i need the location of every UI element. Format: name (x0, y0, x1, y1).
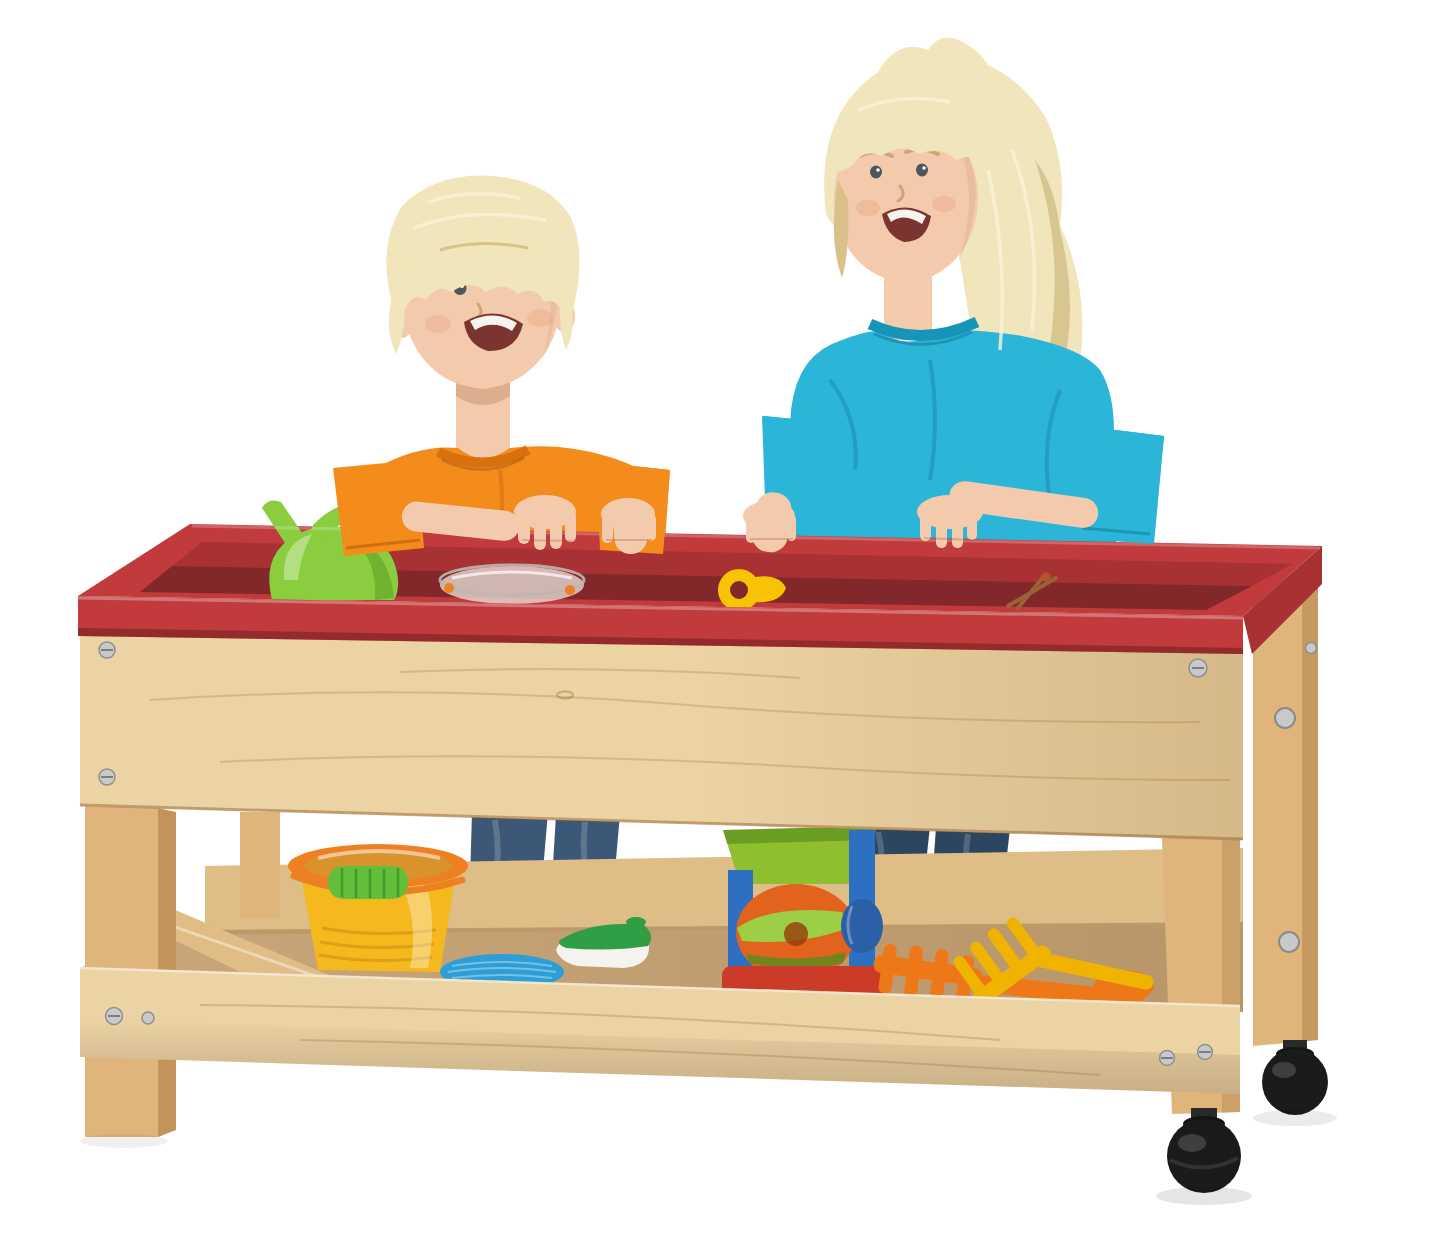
girl-eye-left (870, 166, 882, 179)
hand-finger (632, 518, 643, 548)
hex-bolt (1279, 932, 1299, 952)
hand-finger (602, 514, 613, 543)
rear-left-leg (240, 812, 280, 918)
girl-eye-right (916, 164, 928, 177)
girl-eye-glint-right (922, 166, 926, 170)
girl-cheek-left (856, 200, 880, 216)
caster-ball-glint (1178, 1134, 1206, 1152)
hand-finger (617, 518, 628, 549)
screw (1306, 643, 1317, 654)
toy-bucket (288, 844, 468, 972)
wheel-hub (784, 922, 808, 946)
shadow-left-leg (80, 1134, 168, 1148)
stick-knob (1042, 573, 1051, 582)
caster-ball (1262, 1049, 1328, 1115)
bowl-orange-bit-left (444, 583, 454, 593)
shadow-caster-front (1156, 1187, 1252, 1205)
boat-deck-knob (626, 917, 646, 927)
hand-finger (952, 516, 963, 548)
hand-finger (967, 511, 977, 540)
hand-finger (565, 512, 576, 542)
shadow-caster-rear (1253, 1110, 1337, 1126)
hand-finger (534, 516, 546, 550)
water-wheel-toy (722, 826, 884, 998)
boy-cheek-right (527, 309, 553, 327)
hand-finger (787, 515, 796, 541)
hex-bolt (1275, 708, 1295, 728)
scene-svg (0, 0, 1445, 1252)
caster-ball (1167, 1119, 1241, 1193)
caster-ball-glint (1272, 1062, 1296, 1078)
screw (142, 1012, 154, 1024)
boy-cheek-left (425, 315, 451, 333)
hand-finger (760, 519, 770, 549)
hand-finger (920, 510, 931, 541)
photo-stage (0, 0, 1445, 1252)
upper-apron-panel (80, 634, 1243, 840)
hand-finger (646, 514, 656, 541)
hand-finger (774, 519, 784, 548)
bowl-orange-bit-right (565, 585, 575, 595)
girl-eye-glint-left (876, 168, 880, 172)
girl-cheek-right (932, 196, 956, 212)
bucket-grip (328, 866, 408, 899)
hand-finger (936, 515, 947, 548)
upper-apron-right-shade (700, 644, 1243, 840)
hand-finger (550, 516, 562, 549)
